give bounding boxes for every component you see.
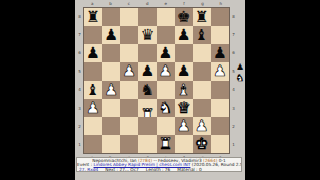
square-d8[interactable] bbox=[138, 8, 156, 26]
coord-label: 7 bbox=[231, 25, 236, 43]
square-c3[interactable] bbox=[120, 99, 138, 117]
square-b1[interactable] bbox=[102, 135, 120, 153]
square-b2[interactable] bbox=[102, 117, 120, 135]
square-e3[interactable]: ♞ bbox=[157, 99, 175, 117]
black-pawn-d5[interactable]: ♟ bbox=[138, 62, 156, 80]
square-d3[interactable]: ♜ bbox=[138, 99, 156, 117]
square-c5[interactable]: ♟ bbox=[120, 62, 138, 80]
tray-white-knight: ♞ bbox=[236, 73, 244, 83]
coord-label: f bbox=[175, 1, 193, 7]
square-f5[interactable]: ♟ bbox=[175, 62, 193, 80]
info-text: Material : 0 bbox=[177, 168, 201, 173]
square-a3[interactable]: ♟ bbox=[84, 99, 102, 117]
square-a1[interactable] bbox=[84, 135, 102, 153]
square-e2[interactable] bbox=[157, 117, 175, 135]
file-labels-top: abcdefgh bbox=[83, 1, 230, 7]
coord-label: 4 bbox=[77, 81, 82, 99]
coord-label: 1 bbox=[231, 136, 236, 154]
video-frame: abcdefgh 87654321 87654321 ♜♚♜♟♛♟♝♟♟♟♟♟♟… bbox=[0, 0, 320, 180]
square-a8[interactable]: ♜ bbox=[84, 8, 102, 26]
square-f7[interactable]: ♟ bbox=[175, 26, 193, 44]
black-pawn-f7[interactable]: ♟ bbox=[175, 26, 193, 44]
square-g8[interactable]: ♜ bbox=[193, 8, 211, 26]
coord-label: 2 bbox=[231, 117, 236, 135]
square-f2[interactable]: ♟ bbox=[175, 117, 193, 135]
coord-label: 3 bbox=[77, 99, 82, 117]
square-d6[interactable] bbox=[138, 44, 156, 62]
game-info-box: Nepomniachtchi, Ian (2784) -- Fedoseev, … bbox=[76, 157, 242, 172]
square-h3[interactable] bbox=[211, 99, 229, 117]
square-e6[interactable]: ♟ bbox=[157, 44, 175, 62]
square-g1[interactable]: ♚ bbox=[193, 135, 211, 153]
white-pawn-b4[interactable]: ♟ bbox=[102, 81, 120, 99]
black-rook-a8[interactable]: ♜ bbox=[84, 8, 102, 26]
black-pawn-a6[interactable]: ♟ bbox=[84, 44, 102, 62]
square-f6[interactable] bbox=[175, 44, 193, 62]
square-g3[interactable] bbox=[193, 99, 211, 117]
square-g4[interactable] bbox=[193, 81, 211, 99]
square-d7[interactable]: ♛ bbox=[138, 26, 156, 44]
white-king-g1[interactable]: ♚ bbox=[193, 135, 211, 153]
square-e7[interactable] bbox=[157, 26, 175, 44]
square-c1[interactable] bbox=[120, 135, 138, 153]
square-f4[interactable]: ♝ bbox=[175, 81, 193, 99]
black-pawn-f5[interactable]: ♟ bbox=[175, 62, 193, 80]
square-d5[interactable]: ♟ bbox=[138, 62, 156, 80]
square-d4[interactable]: ♞ bbox=[138, 81, 156, 99]
white-pawn-c5[interactable]: ♟ bbox=[120, 62, 138, 80]
square-a4[interactable]: ♝ bbox=[84, 81, 102, 99]
square-f3[interactable]: ♛ bbox=[175, 99, 193, 117]
coord-label: 3 bbox=[231, 99, 236, 117]
square-g6[interactable] bbox=[193, 44, 211, 62]
coord-label: c bbox=[120, 1, 138, 7]
black-pawn-b7[interactable]: ♟ bbox=[102, 26, 120, 44]
square-e4[interactable] bbox=[157, 81, 175, 99]
info-text: Next : 27... Qc7 bbox=[105, 168, 139, 173]
square-e1[interactable]: ♜ bbox=[157, 135, 175, 153]
black-queen-d7[interactable]: ♛ bbox=[138, 26, 156, 44]
square-e5[interactable]: ♟ bbox=[157, 62, 175, 80]
square-c7[interactable] bbox=[120, 26, 138, 44]
coord-label: 4 bbox=[231, 81, 236, 99]
square-h4[interactable] bbox=[211, 81, 229, 99]
square-a6[interactable]: ♟ bbox=[84, 44, 102, 62]
square-c2[interactable] bbox=[120, 117, 138, 135]
chess-app-panel: abcdefgh 87654321 87654321 ♜♚♜♟♛♟♝♟♟♟♟♟♟… bbox=[75, 0, 245, 180]
coord-label: 2 bbox=[77, 117, 82, 135]
coord-label: 1 bbox=[77, 136, 82, 154]
coord-label: h bbox=[212, 1, 230, 7]
black-bishop-g7[interactable]: ♝ bbox=[193, 26, 211, 44]
square-b7[interactable]: ♟ bbox=[102, 26, 120, 44]
square-h1[interactable] bbox=[211, 135, 229, 153]
square-a5[interactable] bbox=[84, 62, 102, 80]
info-text: 27. Rxd4 bbox=[79, 168, 98, 173]
coord-label: d bbox=[138, 1, 156, 7]
move-status-line: 27. Rxd4Next : 27... Qc7Length : 76Mater… bbox=[77, 168, 241, 173]
white-pawn-a3[interactable]: ♟ bbox=[84, 99, 102, 117]
white-rook-e1[interactable]: ♜ bbox=[157, 135, 175, 153]
square-b8[interactable] bbox=[102, 8, 120, 26]
coord-label: a bbox=[83, 1, 101, 7]
square-c8[interactable] bbox=[120, 8, 138, 26]
white-pawn-e5[interactable]: ♟ bbox=[157, 62, 175, 80]
square-b5[interactable] bbox=[102, 62, 120, 80]
square-g2[interactable]: ♟ bbox=[193, 117, 211, 135]
info-text: Length : 76 bbox=[146, 168, 170, 173]
square-h6[interactable]: ♟ bbox=[211, 44, 229, 62]
square-e8[interactable] bbox=[157, 8, 175, 26]
square-a2[interactable] bbox=[84, 117, 102, 135]
square-a7[interactable] bbox=[84, 26, 102, 44]
square-g7[interactable]: ♝ bbox=[193, 26, 211, 44]
square-g5[interactable] bbox=[193, 62, 211, 80]
square-h8[interactable] bbox=[211, 8, 229, 26]
square-b3[interactable] bbox=[102, 99, 120, 117]
coord-label: 5 bbox=[77, 62, 82, 80]
square-d2[interactable] bbox=[138, 117, 156, 135]
white-queen-f3[interactable]: ♛ bbox=[175, 99, 193, 117]
coord-label: 8 bbox=[77, 7, 82, 25]
square-h5[interactable]: ♟ bbox=[211, 62, 229, 80]
white-bishop-f4[interactable]: ♝ bbox=[175, 81, 193, 99]
square-h7[interactable] bbox=[211, 26, 229, 44]
black-knight-d4[interactable]: ♞ bbox=[138, 81, 156, 99]
square-d1[interactable] bbox=[138, 135, 156, 153]
coord-label: b bbox=[101, 1, 119, 7]
black-rook-g8[interactable]: ♜ bbox=[193, 8, 211, 26]
black-pawn-e6[interactable]: ♟ bbox=[157, 44, 175, 62]
white-pawn-h5[interactable]: ♟ bbox=[211, 62, 229, 80]
square-c6[interactable] bbox=[120, 44, 138, 62]
square-b6[interactable] bbox=[102, 44, 120, 62]
tray-black-pawn: ♟ bbox=[236, 62, 244, 72]
square-c4[interactable] bbox=[120, 81, 138, 99]
captured-material-tray: ♟♞ bbox=[234, 62, 246, 83]
coord-label: 6 bbox=[231, 44, 236, 62]
coord-label: g bbox=[193, 1, 211, 7]
rank-labels-left: 87654321 bbox=[77, 7, 82, 154]
white-pawn-f2[interactable]: ♟ bbox=[175, 117, 193, 135]
coord-label: e bbox=[157, 1, 175, 7]
coord-label: 7 bbox=[77, 25, 82, 43]
coord-label: 8 bbox=[231, 7, 236, 25]
board[interactable]: ♜♚♜♟♛♟♝♟♟♟♟♟♟♟♟♝♟♞♝♟♜♞♛♟♟♜♚ bbox=[83, 7, 230, 154]
black-pawn-h6[interactable]: ♟ bbox=[211, 44, 229, 62]
coord-label: 6 bbox=[77, 44, 82, 62]
white-knight-e3[interactable]: ♞ bbox=[157, 99, 175, 117]
square-h2[interactable] bbox=[211, 117, 229, 135]
square-f8[interactable]: ♚ bbox=[175, 8, 193, 26]
black-king-f8[interactable]: ♚ bbox=[175, 8, 193, 26]
white-pawn-g2[interactable]: ♟ bbox=[193, 117, 211, 135]
square-f1[interactable] bbox=[175, 135, 193, 153]
square-b4[interactable]: ♟ bbox=[102, 81, 120, 99]
black-bishop-a4[interactable]: ♝ bbox=[84, 81, 102, 99]
